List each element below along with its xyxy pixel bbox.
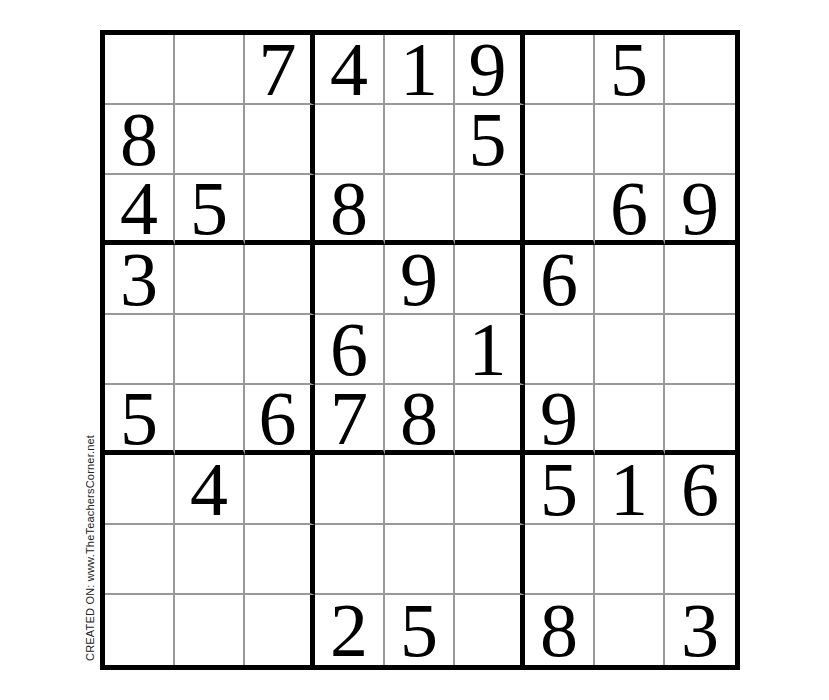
- cell-r1c5-given: 1: [385, 35, 455, 105]
- cell-r4c7-given: 6: [525, 245, 595, 315]
- cell-r5c6-given: 1: [455, 315, 525, 385]
- cell-r2c6-given: 5: [455, 105, 525, 175]
- cell-r9c6-empty: [455, 595, 525, 665]
- cell-r2c9-empty: [665, 105, 735, 175]
- cell-r7c2-given: 4: [175, 455, 245, 525]
- cell-r5c2-empty: [175, 315, 245, 385]
- cell-r3c1-given: 4: [105, 175, 175, 245]
- cell-r2c5-empty: [385, 105, 455, 175]
- cell-r5c1-empty: [105, 315, 175, 385]
- cell-r7c8-given: 1: [595, 455, 665, 525]
- cell-r8c6-empty: [455, 525, 525, 595]
- cell-r8c5-empty: [385, 525, 455, 595]
- cell-r8c8-empty: [595, 525, 665, 595]
- cell-r1c2-empty: [175, 35, 245, 105]
- cell-r7c1-empty: [105, 455, 175, 525]
- cell-r6c9-empty: [665, 385, 735, 455]
- cell-r2c2-empty: [175, 105, 245, 175]
- cell-r3c2-given: 5: [175, 175, 245, 245]
- cell-r2c3-empty: [245, 105, 315, 175]
- cell-r4c6-empty: [455, 245, 525, 315]
- cell-r1c1-empty: [105, 35, 175, 105]
- cell-r5c3-empty: [245, 315, 315, 385]
- cell-r4c8-empty: [595, 245, 665, 315]
- sudoku-page: CREATED ON: www.TheTeachersCorner.net 74…: [0, 0, 829, 700]
- cell-r6c8-empty: [595, 385, 665, 455]
- cell-r1c4-given: 4: [315, 35, 385, 105]
- cell-r5c9-empty: [665, 315, 735, 385]
- cell-r5c4-given: 6: [315, 315, 385, 385]
- cell-r1c9-empty: [665, 35, 735, 105]
- cell-r4c1-given: 3: [105, 245, 175, 315]
- cell-r6c7-given: 9: [525, 385, 595, 455]
- cell-r7c4-empty: [315, 455, 385, 525]
- cell-r7c7-given: 5: [525, 455, 595, 525]
- cell-r9c8-empty: [595, 595, 665, 665]
- cell-r8c2-empty: [175, 525, 245, 595]
- cell-r3c7-empty: [525, 175, 595, 245]
- cell-r6c5-given: 8: [385, 385, 455, 455]
- cell-r8c7-empty: [525, 525, 595, 595]
- cell-r3c9-given: 9: [665, 175, 735, 245]
- cell-r9c2-empty: [175, 595, 245, 665]
- cell-r5c5-empty: [385, 315, 455, 385]
- cell-r6c4-given: 7: [315, 385, 385, 455]
- cell-r4c2-empty: [175, 245, 245, 315]
- cell-r8c4-empty: [315, 525, 385, 595]
- cell-r4c9-empty: [665, 245, 735, 315]
- cell-r2c7-empty: [525, 105, 595, 175]
- cell-r5c8-empty: [595, 315, 665, 385]
- cell-r9c7-given: 8: [525, 595, 595, 665]
- cell-r6c1-given: 5: [105, 385, 175, 455]
- cell-r1c3-given: 7: [245, 35, 315, 105]
- cell-r8c3-empty: [245, 525, 315, 595]
- cell-r6c6-empty: [455, 385, 525, 455]
- cell-r2c4-empty: [315, 105, 385, 175]
- cell-r7c5-empty: [385, 455, 455, 525]
- cell-r3c8-given: 6: [595, 175, 665, 245]
- cell-r2c1-given: 8: [105, 105, 175, 175]
- cell-r9c3-empty: [245, 595, 315, 665]
- cell-r3c6-empty: [455, 175, 525, 245]
- cell-r8c9-empty: [665, 525, 735, 595]
- cell-r1c8-given: 5: [595, 35, 665, 105]
- cell-r2c8-empty: [595, 105, 665, 175]
- cell-r7c6-empty: [455, 455, 525, 525]
- cell-r1c7-empty: [525, 35, 595, 105]
- cell-r3c5-empty: [385, 175, 455, 245]
- cell-r3c3-empty: [245, 175, 315, 245]
- sudoku-board: 741958545869396615678945162583: [100, 30, 740, 670]
- watermark-text: CREATED ON: www.TheTeachersCorner.net: [84, 435, 96, 661]
- cell-r8c1-empty: [105, 525, 175, 595]
- cell-r7c9-given: 6: [665, 455, 735, 525]
- cell-r4c5-given: 9: [385, 245, 455, 315]
- cell-r9c4-given: 2: [315, 595, 385, 665]
- cell-r1c6-given: 9: [455, 35, 525, 105]
- cell-r4c3-empty: [245, 245, 315, 315]
- cell-r9c5-given: 5: [385, 595, 455, 665]
- cell-r5c7-empty: [525, 315, 595, 385]
- cell-r6c2-empty: [175, 385, 245, 455]
- cell-r3c4-given: 8: [315, 175, 385, 245]
- cell-r9c9-given: 3: [665, 595, 735, 665]
- cell-r7c3-empty: [245, 455, 315, 525]
- cell-r6c3-given: 6: [245, 385, 315, 455]
- cell-r9c1-empty: [105, 595, 175, 665]
- cell-r4c4-empty: [315, 245, 385, 315]
